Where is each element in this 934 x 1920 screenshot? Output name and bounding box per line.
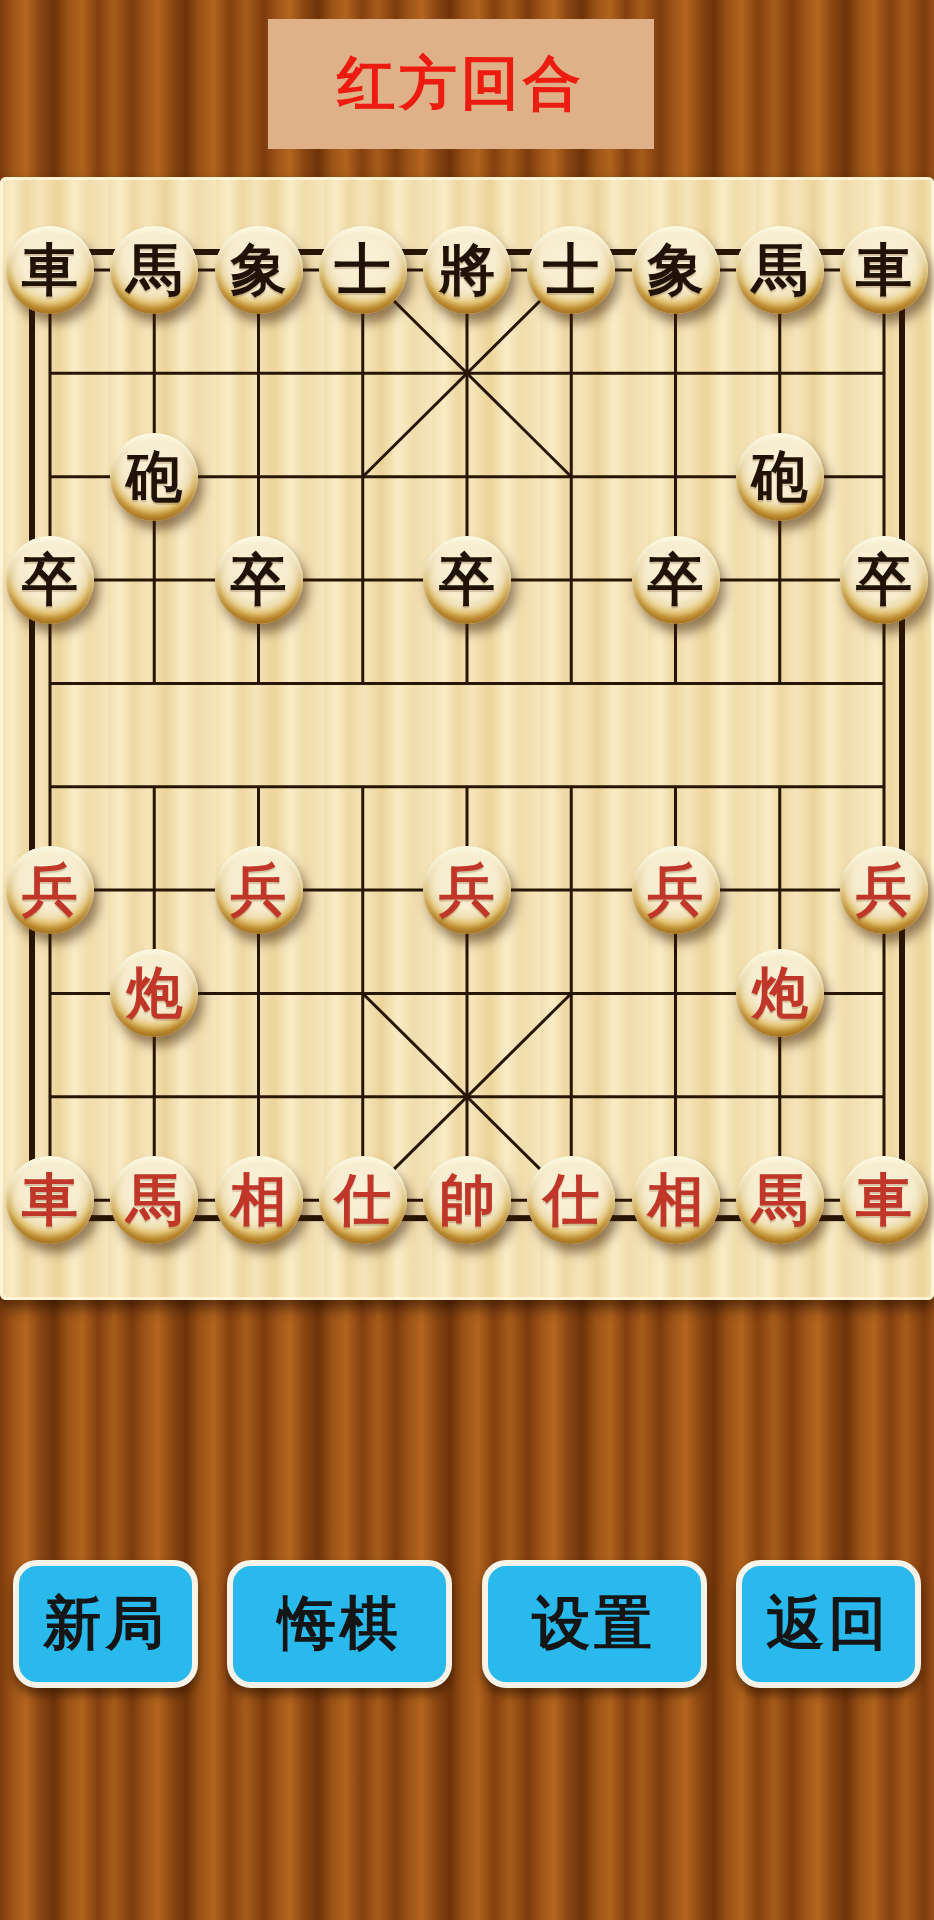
- piece-black-soldier[interactable]: 卒: [840, 536, 928, 624]
- xiangqi-board[interactable]: 車馬象士將士象馬車砲砲卒卒卒卒卒兵兵兵兵兵炮炮車馬相仕帥仕相馬車: [0, 177, 934, 1300]
- piece-glyph: 兵: [231, 862, 287, 918]
- piece-black-advisor[interactable]: 士: [319, 226, 407, 314]
- piece-glyph: 卒: [648, 552, 704, 608]
- piece-red-elephant[interactable]: 相: [215, 1156, 303, 1244]
- piece-glyph: 砲: [126, 449, 182, 505]
- action-button-row: 新局 悔棋 设置 返回: [13, 1560, 921, 1688]
- piece-red-horse[interactable]: 馬: [736, 1156, 824, 1244]
- piece-red-chariot[interactable]: 車: [840, 1156, 928, 1244]
- piece-black-chariot[interactable]: 車: [6, 226, 94, 314]
- piece-black-cannon[interactable]: 砲: [110, 433, 198, 521]
- piece-black-soldier[interactable]: 卒: [6, 536, 94, 624]
- piece-glyph: 兵: [439, 862, 495, 918]
- turn-banner: 红方回合: [268, 19, 654, 149]
- back-button[interactable]: 返回: [736, 1560, 921, 1688]
- piece-glyph: 士: [335, 242, 391, 298]
- piece-black-elephant[interactable]: 象: [632, 226, 720, 314]
- piece-glyph: 相: [231, 1172, 287, 1228]
- piece-glyph: 車: [856, 1172, 912, 1228]
- piece-glyph: 炮: [752, 965, 808, 1021]
- xiangqi-app-screen: 红方回合 車馬象士將士象馬車砲砲卒卒卒卒卒兵兵兵兵兵炮炮車馬相仕帥仕相馬車 新局…: [0, 0, 934, 1920]
- piece-red-advisor[interactable]: 仕: [319, 1156, 407, 1244]
- piece-glyph: 卒: [22, 552, 78, 608]
- undo-button[interactable]: 悔棋: [227, 1560, 452, 1688]
- piece-glyph: 士: [543, 242, 599, 298]
- piece-glyph: 砲: [752, 449, 808, 505]
- piece-glyph: 相: [648, 1172, 704, 1228]
- piece-glyph: 象: [648, 242, 704, 298]
- piece-red-soldier[interactable]: 兵: [632, 846, 720, 934]
- piece-red-advisor[interactable]: 仕: [527, 1156, 615, 1244]
- piece-black-chariot[interactable]: 車: [840, 226, 928, 314]
- piece-glyph: 馬: [126, 242, 182, 298]
- piece-red-soldier[interactable]: 兵: [6, 846, 94, 934]
- piece-red-cannon[interactable]: 炮: [736, 949, 824, 1037]
- piece-red-horse[interactable]: 馬: [110, 1156, 198, 1244]
- piece-black-cannon[interactable]: 砲: [736, 433, 824, 521]
- piece-red-chariot[interactable]: 車: [6, 1156, 94, 1244]
- piece-black-general[interactable]: 將: [423, 226, 511, 314]
- piece-red-soldier[interactable]: 兵: [840, 846, 928, 934]
- piece-glyph: 仕: [543, 1172, 599, 1228]
- piece-glyph: 車: [22, 242, 78, 298]
- piece-red-soldier[interactable]: 兵: [423, 846, 511, 934]
- piece-black-soldier[interactable]: 卒: [423, 536, 511, 624]
- piece-glyph: 馬: [126, 1172, 182, 1228]
- board-grid: [0, 177, 934, 1300]
- piece-red-general[interactable]: 帥: [423, 1156, 511, 1244]
- piece-glyph: 炮: [126, 965, 182, 1021]
- piece-glyph: 帥: [439, 1172, 495, 1228]
- piece-glyph: 兵: [648, 862, 704, 918]
- piece-black-soldier[interactable]: 卒: [632, 536, 720, 624]
- piece-red-elephant[interactable]: 相: [632, 1156, 720, 1244]
- piece-glyph: 仕: [335, 1172, 391, 1228]
- piece-glyph: 馬: [752, 1172, 808, 1228]
- piece-glyph: 象: [231, 242, 287, 298]
- piece-red-soldier[interactable]: 兵: [215, 846, 303, 934]
- piece-glyph: 卒: [231, 552, 287, 608]
- piece-glyph: 兵: [856, 862, 912, 918]
- piece-glyph: 卒: [439, 552, 495, 608]
- piece-glyph: 車: [22, 1172, 78, 1228]
- settings-button[interactable]: 设置: [482, 1560, 707, 1688]
- piece-black-horse[interactable]: 馬: [110, 226, 198, 314]
- piece-glyph: 車: [856, 242, 912, 298]
- piece-black-horse[interactable]: 馬: [736, 226, 824, 314]
- piece-glyph: 將: [439, 242, 495, 298]
- piece-black-advisor[interactable]: 士: [527, 226, 615, 314]
- piece-glyph: 兵: [22, 862, 78, 918]
- new-game-button[interactable]: 新局: [13, 1560, 198, 1688]
- piece-black-soldier[interactable]: 卒: [215, 536, 303, 624]
- piece-glyph: 馬: [752, 242, 808, 298]
- piece-black-elephant[interactable]: 象: [215, 226, 303, 314]
- turn-banner-label: 红方回合: [337, 45, 585, 123]
- piece-glyph: 卒: [856, 552, 912, 608]
